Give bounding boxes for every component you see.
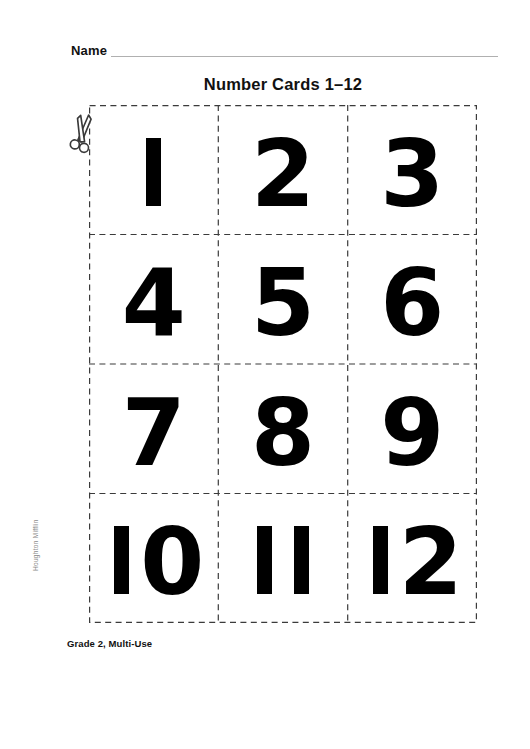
number-card-12: 2 — [348, 494, 477, 624]
number-card-4: 4 — [89, 235, 218, 365]
number-card-5: 5 — [218, 235, 347, 365]
name-row: Name — [71, 44, 498, 57]
cards-grid: 2 3 4 5 6 7 8 9 0 2 — [89, 105, 477, 623]
number-cards: 2 3 4 5 6 7 8 9 0 2 — [89, 105, 477, 623]
number-card-2: 2 — [218, 105, 347, 235]
name-write-line — [111, 54, 498, 57]
publisher-sidetext: Houghton Mifflin — [32, 519, 39, 571]
number-card-3: 3 — [348, 105, 477, 235]
number-card-10: 0 — [89, 494, 218, 624]
footer-grade-label: Grade 2, Multi-Use — [67, 638, 152, 649]
card-number: 3 — [380, 129, 444, 221]
number-card-8: 8 — [218, 364, 347, 494]
card-number: 2 — [251, 129, 315, 221]
name-label: Name — [71, 44, 107, 57]
number-card-9: 9 — [348, 364, 477, 494]
card-number — [135, 129, 172, 221]
page-title: Number Cards 1–12 — [89, 75, 477, 94]
number-card-11 — [218, 494, 347, 624]
number-card-1 — [89, 105, 218, 235]
card-number: 7 — [122, 388, 186, 480]
card-number: 6 — [380, 258, 444, 350]
worksheet-page: Name Number Cards 1–12 2 — [0, 0, 530, 749]
card-number: 2 — [362, 517, 463, 609]
card-number: 5 — [251, 258, 315, 350]
card-number: 0 — [103, 517, 204, 609]
card-number: 8 — [251, 388, 315, 480]
card-number — [246, 517, 320, 609]
number-card-7: 7 — [89, 364, 218, 494]
card-number: 9 — [380, 388, 444, 480]
number-card-6: 6 — [348, 235, 477, 365]
card-number: 4 — [122, 258, 186, 350]
